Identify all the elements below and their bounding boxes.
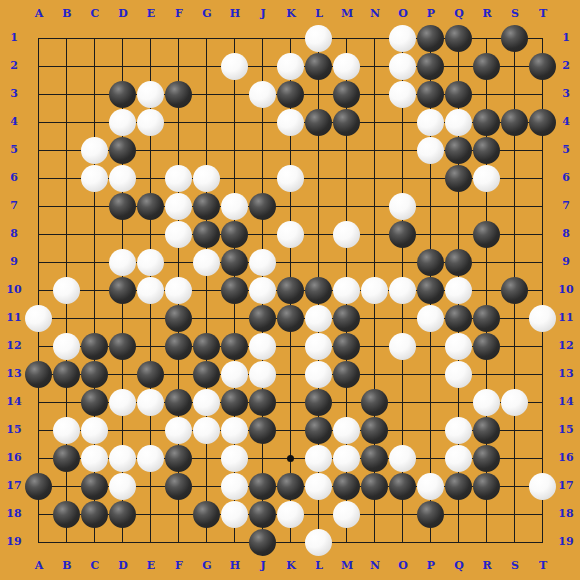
white-stone-Q15[interactable]: [445, 417, 472, 444]
black-stone-H8[interactable]: [221, 221, 248, 248]
row-label-left-3: 3: [0, 87, 28, 101]
black-stone-R12[interactable]: [473, 333, 500, 360]
black-stone-H12[interactable]: [221, 333, 248, 360]
black-stone-M11[interactable]: [333, 305, 360, 332]
row-label-right-16: 16: [552, 451, 580, 465]
col-label-top-E: E: [137, 7, 165, 21]
row-label-left-1: 1: [0, 31, 28, 45]
black-stone-P2[interactable]: [417, 53, 444, 80]
row-label-left-13: 13: [0, 367, 28, 381]
row-label-left-17: 17: [0, 479, 28, 493]
black-stone-R5[interactable]: [473, 137, 500, 164]
black-stone-B13[interactable]: [53, 361, 80, 388]
white-stone-J13[interactable]: [249, 361, 276, 388]
black-stone-R17[interactable]: [473, 473, 500, 500]
row-label-right-13: 13: [552, 367, 580, 381]
black-stone-Q6[interactable]: [445, 165, 472, 192]
black-stone-D7[interactable]: [109, 193, 136, 220]
black-stone-R4[interactable]: [473, 109, 500, 136]
white-stone-O1[interactable]: [389, 25, 416, 52]
col-label-bottom-L: L: [305, 559, 333, 573]
row-label-right-1: 1: [552, 31, 580, 45]
row-label-left-12: 12: [0, 339, 28, 353]
black-stone-R2[interactable]: [473, 53, 500, 80]
white-stone-B15[interactable]: [53, 417, 80, 444]
black-stone-G13[interactable]: [193, 361, 220, 388]
black-stone-M13[interactable]: [333, 361, 360, 388]
col-label-bottom-S: S: [501, 559, 529, 573]
row-label-right-12: 12: [552, 339, 580, 353]
white-stone-H17[interactable]: [221, 473, 248, 500]
col-label-top-L: L: [305, 7, 333, 21]
white-stone-A11[interactable]: [25, 305, 52, 332]
black-stone-T2[interactable]: [529, 53, 556, 80]
row-label-right-3: 3: [552, 87, 580, 101]
black-stone-G7[interactable]: [193, 193, 220, 220]
black-stone-B16[interactable]: [53, 445, 80, 472]
black-stone-H14[interactable]: [221, 389, 248, 416]
white-stone-B12[interactable]: [53, 333, 80, 360]
white-stone-J12[interactable]: [249, 333, 276, 360]
col-label-top-K: K: [277, 7, 305, 21]
white-stone-H18[interactable]: [221, 501, 248, 528]
white-stone-P5[interactable]: [417, 137, 444, 164]
black-stone-R15[interactable]: [473, 417, 500, 444]
col-label-bottom-E: E: [137, 559, 165, 573]
black-stone-L2[interactable]: [305, 53, 332, 80]
col-label-top-R: R: [473, 7, 501, 21]
col-label-top-C: C: [81, 7, 109, 21]
black-stone-J17[interactable]: [249, 473, 276, 500]
white-stone-H13[interactable]: [221, 361, 248, 388]
col-label-top-M: M: [333, 7, 361, 21]
black-stone-L4[interactable]: [305, 109, 332, 136]
col-label-top-B: B: [53, 7, 81, 21]
go-board: ABCDEFGHJKLMNOPQRST ABCDEFGHJKLMNOPQRST …: [0, 0, 580, 580]
black-stone-D5[interactable]: [109, 137, 136, 164]
white-stone-T11[interactable]: [529, 305, 556, 332]
black-stone-K10[interactable]: [277, 277, 304, 304]
white-stone-Q12[interactable]: [445, 333, 472, 360]
black-stone-J18[interactable]: [249, 501, 276, 528]
col-label-bottom-T: T: [529, 559, 557, 573]
white-stone-L16[interactable]: [305, 445, 332, 472]
white-stone-R6[interactable]: [473, 165, 500, 192]
row-label-left-8: 8: [0, 227, 28, 241]
black-stone-F16[interactable]: [165, 445, 192, 472]
white-stone-G15[interactable]: [193, 417, 220, 444]
col-label-top-A: A: [25, 7, 53, 21]
white-stone-E10[interactable]: [137, 277, 164, 304]
white-stone-C5[interactable]: [81, 137, 108, 164]
white-stone-Q13[interactable]: [445, 361, 472, 388]
row-label-right-4: 4: [552, 115, 580, 129]
white-stone-E14[interactable]: [137, 389, 164, 416]
black-stone-C18[interactable]: [81, 501, 108, 528]
white-stone-P17[interactable]: [417, 473, 444, 500]
black-stone-D18[interactable]: [109, 501, 136, 528]
black-stone-T4[interactable]: [529, 109, 556, 136]
white-stone-T17[interactable]: [529, 473, 556, 500]
row-label-right-18: 18: [552, 507, 580, 521]
row-label-right-10: 10: [552, 283, 580, 297]
white-stone-J10[interactable]: [249, 277, 276, 304]
black-stone-F17[interactable]: [165, 473, 192, 500]
white-stone-D9[interactable]: [109, 249, 136, 276]
col-label-top-F: F: [165, 7, 193, 21]
col-label-bottom-G: G: [193, 559, 221, 573]
black-stone-F3[interactable]: [165, 81, 192, 108]
black-stone-C14[interactable]: [81, 389, 108, 416]
white-stone-O3[interactable]: [389, 81, 416, 108]
col-label-bottom-H: H: [221, 559, 249, 573]
row-label-right-17: 17: [552, 479, 580, 493]
row-label-right-8: 8: [552, 227, 580, 241]
col-label-top-Q: Q: [445, 7, 473, 21]
row-label-left-16: 16: [0, 451, 28, 465]
col-label-top-O: O: [389, 7, 417, 21]
black-stone-N16[interactable]: [361, 445, 388, 472]
black-stone-Q3[interactable]: [445, 81, 472, 108]
star-point-K16: [287, 455, 294, 462]
col-label-bottom-Q: Q: [445, 559, 473, 573]
black-stone-M17[interactable]: [333, 473, 360, 500]
white-stone-G14[interactable]: [193, 389, 220, 416]
row-label-left-5: 5: [0, 143, 28, 157]
white-stone-E16[interactable]: [137, 445, 164, 472]
white-stone-D14[interactable]: [109, 389, 136, 416]
black-stone-G18[interactable]: [193, 501, 220, 528]
white-stone-B10[interactable]: [53, 277, 80, 304]
black-stone-L14[interactable]: [305, 389, 332, 416]
row-label-right-2: 2: [552, 59, 580, 73]
white-stone-C6[interactable]: [81, 165, 108, 192]
black-stone-L15[interactable]: [305, 417, 332, 444]
black-stone-Q17[interactable]: [445, 473, 472, 500]
white-stone-K2[interactable]: [277, 53, 304, 80]
black-stone-D10[interactable]: [109, 277, 136, 304]
white-stone-J3[interactable]: [249, 81, 276, 108]
black-stone-G8[interactable]: [193, 221, 220, 248]
white-stone-E4[interactable]: [137, 109, 164, 136]
white-stone-G6[interactable]: [193, 165, 220, 192]
white-stone-J9[interactable]: [249, 249, 276, 276]
row-label-left-18: 18: [0, 507, 28, 521]
white-stone-H7[interactable]: [221, 193, 248, 220]
black-stone-L10[interactable]: [305, 277, 332, 304]
black-stone-J11[interactable]: [249, 305, 276, 332]
black-stone-Q5[interactable]: [445, 137, 472, 164]
row-label-left-19: 19: [0, 535, 28, 549]
black-stone-K11[interactable]: [277, 305, 304, 332]
white-stone-M15[interactable]: [333, 417, 360, 444]
black-stone-M12[interactable]: [333, 333, 360, 360]
white-stone-F10[interactable]: [165, 277, 192, 304]
white-stone-M18[interactable]: [333, 501, 360, 528]
white-stone-F6[interactable]: [165, 165, 192, 192]
row-label-right-9: 9: [552, 255, 580, 269]
black-stone-N14[interactable]: [361, 389, 388, 416]
row-label-right-11: 11: [552, 311, 580, 325]
black-stone-C12[interactable]: [81, 333, 108, 360]
white-stone-M16[interactable]: [333, 445, 360, 472]
white-stone-O2[interactable]: [389, 53, 416, 80]
white-stone-D17[interactable]: [109, 473, 136, 500]
col-label-top-J: J: [249, 7, 277, 21]
black-stone-A17[interactable]: [25, 473, 52, 500]
white-stone-S14[interactable]: [501, 389, 528, 416]
black-stone-K17[interactable]: [277, 473, 304, 500]
col-label-top-H: H: [221, 7, 249, 21]
white-stone-M2[interactable]: [333, 53, 360, 80]
black-stone-B18[interactable]: [53, 501, 80, 528]
white-stone-L12[interactable]: [305, 333, 332, 360]
black-stone-R16[interactable]: [473, 445, 500, 472]
white-stone-P4[interactable]: [417, 109, 444, 136]
white-stone-C16[interactable]: [81, 445, 108, 472]
white-stone-R14[interactable]: [473, 389, 500, 416]
white-stone-L19[interactable]: [305, 529, 332, 556]
col-label-bottom-K: K: [277, 559, 305, 573]
row-label-left-9: 9: [0, 255, 28, 269]
black-stone-M3[interactable]: [333, 81, 360, 108]
black-stone-Q11[interactable]: [445, 305, 472, 332]
col-label-bottom-J: J: [249, 559, 277, 573]
black-stone-K3[interactable]: [277, 81, 304, 108]
black-stone-O17[interactable]: [389, 473, 416, 500]
black-stone-Q1[interactable]: [445, 25, 472, 52]
white-stone-H16[interactable]: [221, 445, 248, 472]
black-stone-Q9[interactable]: [445, 249, 472, 276]
white-stone-G9[interactable]: [193, 249, 220, 276]
row-label-right-5: 5: [552, 143, 580, 157]
black-stone-R8[interactable]: [473, 221, 500, 248]
col-label-top-S: S: [501, 7, 529, 21]
col-label-bottom-A: A: [25, 559, 53, 573]
white-stone-L1[interactable]: [305, 25, 332, 52]
black-stone-P3[interactable]: [417, 81, 444, 108]
black-stone-E7[interactable]: [137, 193, 164, 220]
col-label-bottom-R: R: [473, 559, 501, 573]
black-stone-H10[interactable]: [221, 277, 248, 304]
col-label-bottom-O: O: [389, 559, 417, 573]
black-stone-P18[interactable]: [417, 501, 444, 528]
black-stone-C17[interactable]: [81, 473, 108, 500]
col-label-top-G: G: [193, 7, 221, 21]
black-stone-J19[interactable]: [249, 529, 276, 556]
row-label-right-6: 6: [552, 171, 580, 185]
white-stone-K8[interactable]: [277, 221, 304, 248]
col-label-bottom-F: F: [165, 559, 193, 573]
white-stone-O10[interactable]: [389, 277, 416, 304]
white-stone-E9[interactable]: [137, 249, 164, 276]
black-stone-S4[interactable]: [501, 109, 528, 136]
black-stone-R11[interactable]: [473, 305, 500, 332]
white-stone-D4[interactable]: [109, 109, 136, 136]
black-stone-F11[interactable]: [165, 305, 192, 332]
white-stone-O7[interactable]: [389, 193, 416, 220]
white-stone-F8[interactable]: [165, 221, 192, 248]
black-stone-C13[interactable]: [81, 361, 108, 388]
row-label-right-19: 19: [552, 535, 580, 549]
row-label-left-14: 14: [0, 395, 28, 409]
black-stone-F12[interactable]: [165, 333, 192, 360]
col-label-bottom-D: D: [109, 559, 137, 573]
white-stone-O12[interactable]: [389, 333, 416, 360]
black-stone-J14[interactable]: [249, 389, 276, 416]
row-label-left-6: 6: [0, 171, 28, 185]
black-stone-P1[interactable]: [417, 25, 444, 52]
white-stone-M8[interactable]: [333, 221, 360, 248]
col-label-bottom-C: C: [81, 559, 109, 573]
col-label-top-T: T: [529, 7, 557, 21]
black-stone-P9[interactable]: [417, 249, 444, 276]
white-stone-M10[interactable]: [333, 277, 360, 304]
row-label-right-7: 7: [552, 199, 580, 213]
black-stone-D12[interactable]: [109, 333, 136, 360]
col-label-bottom-P: P: [417, 559, 445, 573]
black-stone-M4[interactable]: [333, 109, 360, 136]
row-label-left-4: 4: [0, 115, 28, 129]
white-stone-H2[interactable]: [221, 53, 248, 80]
row-label-left-10: 10: [0, 283, 28, 297]
row-label-left-2: 2: [0, 59, 28, 73]
row-label-left-7: 7: [0, 199, 28, 213]
white-stone-Q10[interactable]: [445, 277, 472, 304]
col-label-bottom-B: B: [53, 559, 81, 573]
black-stone-A13[interactable]: [25, 361, 52, 388]
white-stone-K6[interactable]: [277, 165, 304, 192]
white-stone-P11[interactable]: [417, 305, 444, 332]
black-stone-O8[interactable]: [389, 221, 416, 248]
black-stone-S10[interactable]: [501, 277, 528, 304]
black-stone-P10[interactable]: [417, 277, 444, 304]
white-stone-F15[interactable]: [165, 417, 192, 444]
col-label-bottom-M: M: [333, 559, 361, 573]
black-stone-J15[interactable]: [249, 417, 276, 444]
black-stone-N15[interactable]: [361, 417, 388, 444]
row-label-right-15: 15: [552, 423, 580, 437]
white-stone-K4[interactable]: [277, 109, 304, 136]
white-stone-K18[interactable]: [277, 501, 304, 528]
black-stone-J7[interactable]: [249, 193, 276, 220]
black-stone-H9[interactable]: [221, 249, 248, 276]
white-stone-E3[interactable]: [137, 81, 164, 108]
black-stone-F14[interactable]: [165, 389, 192, 416]
white-stone-F7[interactable]: [165, 193, 192, 220]
black-stone-G12[interactable]: [193, 333, 220, 360]
white-stone-L17[interactable]: [305, 473, 332, 500]
black-stone-D3[interactable]: [109, 81, 136, 108]
white-stone-O16[interactable]: [389, 445, 416, 472]
col-label-top-N: N: [361, 7, 389, 21]
row-label-left-11: 11: [0, 311, 28, 325]
black-stone-E13[interactable]: [137, 361, 164, 388]
white-stone-Q4[interactable]: [445, 109, 472, 136]
row-label-right-14: 14: [552, 395, 580, 409]
white-stone-L13[interactable]: [305, 361, 332, 388]
col-label-top-P: P: [417, 7, 445, 21]
white-stone-Q16[interactable]: [445, 445, 472, 472]
white-stone-H15[interactable]: [221, 417, 248, 444]
col-label-top-D: D: [109, 7, 137, 21]
white-stone-D16[interactable]: [109, 445, 136, 472]
white-stone-C15[interactable]: [81, 417, 108, 444]
black-stone-S1[interactable]: [501, 25, 528, 52]
col-label-bottom-N: N: [361, 559, 389, 573]
white-stone-L11[interactable]: [305, 305, 332, 332]
white-stone-N10[interactable]: [361, 277, 388, 304]
row-label-left-15: 15: [0, 423, 28, 437]
black-stone-N17[interactable]: [361, 473, 388, 500]
white-stone-D6[interactable]: [109, 165, 136, 192]
